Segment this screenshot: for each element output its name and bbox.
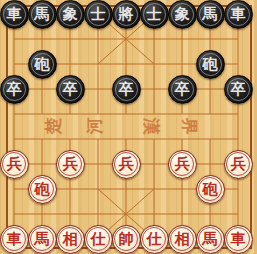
piece-red-chariot[interactable]: 車 xyxy=(224,225,253,254)
piece-red-soldier[interactable]: 兵 xyxy=(56,150,85,179)
piece-red-soldier[interactable]: 兵 xyxy=(112,150,141,179)
piece-red-horse[interactable]: 馬 xyxy=(196,225,225,254)
piece-black-soldier[interactable]: 卒 xyxy=(112,75,141,104)
piece-red-elephant[interactable]: 相 xyxy=(168,225,197,254)
piece-black-soldier[interactable]: 卒 xyxy=(168,75,197,104)
piece-red-cannon[interactable]: 砲 xyxy=(28,175,57,204)
piece-red-elephant[interactable]: 相 xyxy=(56,225,85,254)
piece-black-elephant[interactable]: 象 xyxy=(168,0,197,29)
pieces-layer: 車馬象士將士象馬車砲砲卒卒卒卒卒兵兵兵兵兵砲砲車馬相仕帥仕相馬車 xyxy=(0,2,252,252)
piece-black-soldier[interactable]: 卒 xyxy=(224,75,253,104)
piece-black-advisor[interactable]: 士 xyxy=(140,0,169,29)
piece-black-soldier[interactable]: 卒 xyxy=(56,75,85,104)
piece-red-soldier[interactable]: 兵 xyxy=(224,150,253,179)
piece-black-soldier[interactable]: 卒 xyxy=(0,75,29,104)
piece-red-chariot[interactable]: 車 xyxy=(0,225,29,254)
xiangqi-board: 楚 河 漢 界 車馬象士將士象馬車砲砲卒卒卒卒卒兵兵兵兵兵砲砲車馬相仕帥仕相馬車 xyxy=(0,0,257,254)
piece-black-general[interactable]: 將 xyxy=(112,0,141,29)
piece-red-cannon[interactable]: 砲 xyxy=(196,175,225,204)
piece-black-cannon[interactable]: 砲 xyxy=(28,50,57,79)
piece-red-soldier[interactable]: 兵 xyxy=(0,150,29,179)
piece-black-advisor[interactable]: 士 xyxy=(84,0,113,29)
piece-black-cannon[interactable]: 砲 xyxy=(196,50,225,79)
piece-red-general[interactable]: 帥 xyxy=(112,225,141,254)
piece-red-soldier[interactable]: 兵 xyxy=(168,150,197,179)
piece-black-chariot[interactable]: 車 xyxy=(0,0,29,29)
piece-black-chariot[interactable]: 車 xyxy=(224,0,253,29)
piece-black-horse[interactable]: 馬 xyxy=(196,0,225,29)
piece-red-advisor[interactable]: 仕 xyxy=(84,225,113,254)
piece-black-horse[interactable]: 馬 xyxy=(28,0,57,29)
piece-black-elephant[interactable]: 象 xyxy=(56,0,85,29)
piece-red-advisor[interactable]: 仕 xyxy=(140,225,169,254)
piece-red-horse[interactable]: 馬 xyxy=(28,225,57,254)
